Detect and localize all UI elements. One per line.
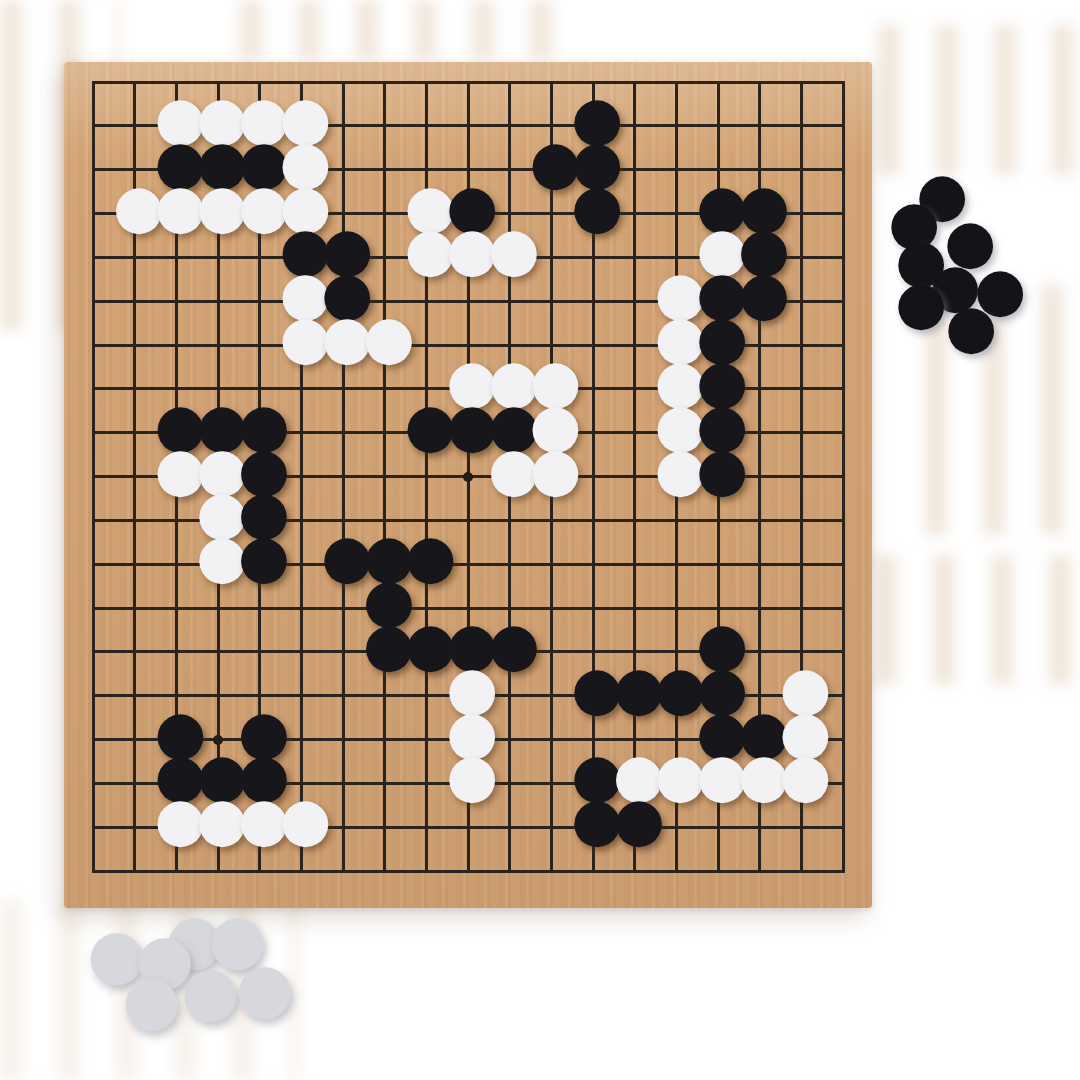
white-stone[interactable]: ● <box>196 192 240 236</box>
black-stone[interactable]: ● <box>571 805 615 849</box>
white-stone[interactable]: ● <box>446 761 490 805</box>
black-stone[interactable]: ● <box>446 411 490 455</box>
background-texture <box>875 555 1080 685</box>
white-stone[interactable]: ● <box>154 455 198 499</box>
captured-white-stone[interactable]: ● <box>181 974 231 1024</box>
black-stone[interactable]: ● <box>571 192 615 236</box>
captured-black-stone[interactable]: ● <box>945 312 989 356</box>
white-stone[interactable]: ● <box>654 455 698 499</box>
black-stone[interactable]: ● <box>696 455 740 499</box>
black-stone[interactable]: ● <box>571 674 615 718</box>
white-stone[interactable]: ● <box>404 235 448 279</box>
white-stone[interactable]: ● <box>488 235 532 279</box>
black-stone[interactable]: ● <box>613 805 657 849</box>
captured-black-stone[interactable]: ● <box>895 288 939 332</box>
background-texture <box>240 0 580 58</box>
black-stone[interactable]: ● <box>238 542 282 586</box>
white-stone[interactable]: ● <box>154 192 198 236</box>
white-stone[interactable]: ● <box>363 323 407 367</box>
white-stone[interactable]: ● <box>488 455 532 499</box>
white-stone[interactable]: ● <box>446 235 490 279</box>
white-stone[interactable]: ● <box>696 761 740 805</box>
white-stone[interactable]: ● <box>321 323 365 367</box>
white-stone[interactable]: ● <box>779 761 823 805</box>
black-stone[interactable]: ● <box>404 411 448 455</box>
stones: ●●●●●●●●●●●●●●●●●●●●●●●●●●●●●●●●●●●●●●●●… <box>64 62 872 908</box>
white-stone[interactable]: ● <box>113 192 157 236</box>
captured-white-stone[interactable]: ● <box>235 971 285 1021</box>
captured-white-stone[interactable]: ● <box>122 983 172 1033</box>
black-stone[interactable]: ● <box>654 674 698 718</box>
black-stone[interactable]: ● <box>404 630 448 674</box>
go-board[interactable]: ●●●●●●●●●●●●●●●●●●●●●●●●●●●●●●●●●●●●●●●●… <box>64 62 872 908</box>
white-stone[interactable]: ● <box>279 323 323 367</box>
white-stone[interactable]: ● <box>196 805 240 849</box>
white-stone[interactable]: ● <box>196 542 240 586</box>
background-texture <box>878 25 1080 175</box>
white-stone[interactable]: ● <box>738 761 782 805</box>
white-stone[interactable]: ● <box>238 192 282 236</box>
black-stone[interactable]: ● <box>529 148 573 192</box>
white-stone[interactable]: ● <box>529 455 573 499</box>
black-stone[interactable]: ● <box>613 674 657 718</box>
white-stone[interactable]: ● <box>154 805 198 849</box>
black-stone[interactable]: ● <box>363 630 407 674</box>
white-stone[interactable]: ● <box>238 805 282 849</box>
black-stone[interactable]: ● <box>321 542 365 586</box>
white-stone[interactable]: ● <box>279 805 323 849</box>
